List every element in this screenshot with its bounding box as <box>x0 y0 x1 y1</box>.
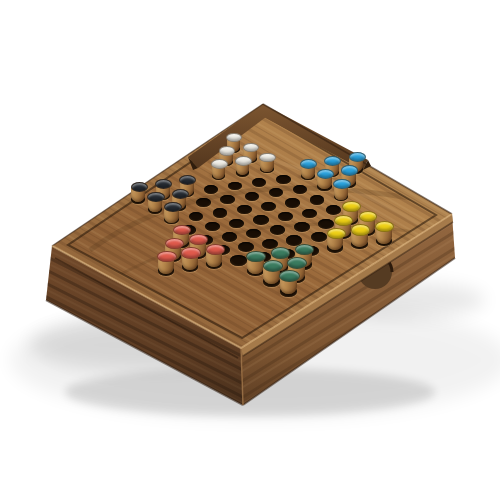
board-hole[interactable] <box>310 195 325 204</box>
peg-cap-white <box>259 153 276 163</box>
board-hole[interactable] <box>246 229 262 239</box>
board-hole[interactable] <box>285 198 300 207</box>
peg-cap-white <box>219 146 235 156</box>
board-hole[interactable] <box>228 182 242 191</box>
peg-cap-black <box>172 189 189 199</box>
peg-cap-blue <box>333 179 351 189</box>
board-hole[interactable] <box>261 202 276 211</box>
board-hole[interactable] <box>293 185 307 194</box>
peg-cap-green <box>271 247 291 258</box>
peg-cap-black <box>131 182 148 192</box>
board-hole[interactable] <box>222 232 238 242</box>
peg-cap-blue <box>324 156 341 166</box>
board-hole[interactable] <box>270 225 286 235</box>
peg-cap-blue <box>300 159 317 169</box>
board-hole[interactable] <box>237 205 252 214</box>
board-hole[interactable] <box>189 212 204 221</box>
board-hole[interactable] <box>318 219 334 229</box>
peg-cap-red <box>157 251 176 262</box>
board-hole[interactable] <box>253 215 268 225</box>
peg-cap-blue <box>341 165 358 175</box>
board-hole[interactable] <box>230 255 246 265</box>
peg-cap-black <box>147 192 164 202</box>
peg-cap-yellow <box>327 228 346 239</box>
board-holes-layer <box>0 0 500 500</box>
board-hole[interactable] <box>204 185 218 194</box>
board-hole[interactable] <box>229 219 244 229</box>
board-hole[interactable] <box>276 175 290 184</box>
peg-cap-green <box>287 257 307 269</box>
board-hole[interactable] <box>269 188 283 197</box>
peg-cap-black <box>155 179 172 189</box>
board-hole[interactable] <box>196 198 210 207</box>
board-hole[interactable] <box>311 232 327 242</box>
board-hole[interactable] <box>220 195 234 204</box>
peg-cap-red <box>165 238 184 249</box>
peg-cap-black <box>164 202 182 212</box>
board-hole[interactable] <box>302 209 317 219</box>
peg-cap-yellow <box>334 215 353 226</box>
board-hole[interactable] <box>326 205 341 215</box>
peg-cap-blue <box>349 152 366 162</box>
product-photo-chinese-checkers <box>0 0 500 500</box>
peg-cap-red <box>181 247 200 258</box>
peg-cap-yellow <box>351 224 370 235</box>
peg-cap-blue <box>317 169 334 179</box>
board-hole[interactable] <box>213 208 228 217</box>
board-hole[interactable] <box>252 178 266 187</box>
board-hole[interactable] <box>205 222 220 232</box>
peg-cap-green <box>246 251 266 262</box>
peg-cap-white <box>226 133 242 142</box>
peg-cap-green <box>279 270 299 282</box>
peg-cap-yellow <box>342 201 361 212</box>
peg-cap-white <box>211 159 228 169</box>
board-hole[interactable] <box>278 212 293 222</box>
board-hole[interactable] <box>245 192 259 201</box>
peg-cap-green <box>263 260 283 272</box>
board-hole[interactable] <box>294 222 310 232</box>
peg-cap-white <box>243 143 259 153</box>
peg-cap-white <box>235 156 252 166</box>
